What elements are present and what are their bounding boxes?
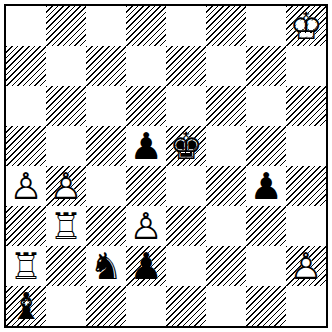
square-h1[interactable] — [286, 286, 326, 326]
black-king[interactable]: ♚♚ — [166, 126, 206, 166]
square-f7[interactable] — [206, 46, 246, 86]
board-frame: ♚♔♟♟♚♚♟♙♟♙♟♟♜♖♟♙♜♖♞♞♟♟♟♙♝♝ — [4, 4, 328, 328]
square-e3[interactable] — [166, 206, 206, 246]
square-d2[interactable]: ♟♟ — [126, 246, 166, 286]
square-e5[interactable]: ♚♚ — [166, 126, 206, 166]
white-rook[interactable]: ♜♖ — [6, 246, 46, 286]
square-e8[interactable] — [166, 6, 206, 46]
square-b1[interactable] — [46, 286, 86, 326]
square-c8[interactable] — [86, 6, 126, 46]
square-f4[interactable] — [206, 166, 246, 206]
square-f8[interactable] — [206, 6, 246, 46]
square-h6[interactable] — [286, 86, 326, 126]
square-e7[interactable] — [166, 46, 206, 86]
square-h8[interactable]: ♚♔ — [286, 6, 326, 46]
white-king[interactable]: ♚♔ — [286, 6, 326, 46]
square-c2[interactable]: ♞♞ — [86, 246, 126, 286]
black-bishop[interactable]: ♝♝ — [6, 286, 46, 326]
square-d4[interactable] — [126, 166, 166, 206]
black-pawn-glyph: ♟ — [249, 168, 282, 205]
white-pawn-glyph: ♙ — [289, 248, 322, 285]
white-rook-glyph: ♖ — [49, 208, 82, 245]
square-f2[interactable] — [206, 246, 246, 286]
square-g4[interactable]: ♟♟ — [246, 166, 286, 206]
square-h7[interactable] — [286, 46, 326, 86]
white-pawn[interactable]: ♟♙ — [6, 166, 46, 206]
square-c7[interactable] — [86, 46, 126, 86]
white-pawn-glyph: ♙ — [49, 168, 82, 205]
square-b7[interactable] — [46, 46, 86, 86]
white-pawn[interactable]: ♟♙ — [286, 246, 326, 286]
square-c1[interactable] — [86, 286, 126, 326]
square-e2[interactable] — [166, 246, 206, 286]
square-h3[interactable] — [286, 206, 326, 246]
white-pawn-glyph: ♙ — [9, 168, 42, 205]
white-pawn[interactable]: ♟♙ — [126, 206, 166, 246]
square-a8[interactable] — [6, 6, 46, 46]
square-c4[interactable] — [86, 166, 126, 206]
square-d3[interactable]: ♟♙ — [126, 206, 166, 246]
square-b8[interactable] — [46, 6, 86, 46]
square-f3[interactable] — [206, 206, 246, 246]
black-knight-glyph: ♞ — [89, 248, 122, 285]
square-f5[interactable] — [206, 126, 246, 166]
square-a2[interactable]: ♜♖ — [6, 246, 46, 286]
square-a1[interactable]: ♝♝ — [6, 286, 46, 326]
black-king-glyph: ♚ — [169, 128, 202, 165]
square-g8[interactable] — [246, 6, 286, 46]
square-g1[interactable] — [246, 286, 286, 326]
square-f1[interactable] — [206, 286, 246, 326]
square-a5[interactable] — [6, 126, 46, 166]
square-g3[interactable] — [246, 206, 286, 246]
chess-diagram-page: ♚♔♟♟♚♚♟♙♟♙♟♟♜♖♟♙♜♖♞♞♟♟♟♙♝♝ — [0, 0, 332, 332]
square-c6[interactable] — [86, 86, 126, 126]
square-e1[interactable] — [166, 286, 206, 326]
square-h4[interactable] — [286, 166, 326, 206]
white-king-glyph: ♔ — [289, 8, 322, 45]
square-e4[interactable] — [166, 166, 206, 206]
square-d6[interactable] — [126, 86, 166, 126]
square-h2[interactable]: ♟♙ — [286, 246, 326, 286]
black-knight[interactable]: ♞♞ — [86, 246, 126, 286]
square-g7[interactable] — [246, 46, 286, 86]
black-pawn-glyph: ♟ — [129, 128, 162, 165]
square-a6[interactable] — [6, 86, 46, 126]
black-pawn[interactable]: ♟♟ — [126, 126, 166, 166]
square-b4[interactable]: ♟♙ — [46, 166, 86, 206]
square-c5[interactable] — [86, 126, 126, 166]
square-c3[interactable] — [86, 206, 126, 246]
square-d8[interactable] — [126, 6, 166, 46]
white-rook[interactable]: ♜♖ — [46, 206, 86, 246]
square-d5[interactable]: ♟♟ — [126, 126, 166, 166]
white-rook-glyph: ♖ — [9, 248, 42, 285]
square-d7[interactable] — [126, 46, 166, 86]
black-pawn[interactable]: ♟♟ — [126, 246, 166, 286]
black-pawn-glyph: ♟ — [129, 248, 162, 285]
square-g6[interactable] — [246, 86, 286, 126]
chess-board: ♚♔♟♟♚♚♟♙♟♙♟♟♜♖♟♙♜♖♞♞♟♟♟♙♝♝ — [6, 6, 326, 326]
square-g2[interactable] — [246, 246, 286, 286]
white-pawn[interactable]: ♟♙ — [46, 166, 86, 206]
square-b5[interactable] — [46, 126, 86, 166]
square-h5[interactable] — [286, 126, 326, 166]
square-a7[interactable] — [6, 46, 46, 86]
white-pawn-glyph: ♙ — [129, 208, 162, 245]
square-g5[interactable] — [246, 126, 286, 166]
square-d1[interactable] — [126, 286, 166, 326]
square-b6[interactable] — [46, 86, 86, 126]
square-b2[interactable] — [46, 246, 86, 286]
square-b3[interactable]: ♜♖ — [46, 206, 86, 246]
square-e6[interactable] — [166, 86, 206, 126]
black-bishop-glyph: ♝ — [9, 288, 42, 325]
square-f6[interactable] — [206, 86, 246, 126]
black-pawn[interactable]: ♟♟ — [246, 166, 286, 206]
square-a3[interactable] — [6, 206, 46, 246]
square-a4[interactable]: ♟♙ — [6, 166, 46, 206]
